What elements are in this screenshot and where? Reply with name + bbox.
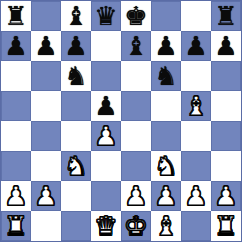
white-bishop-piece: ♝ (154, 213, 177, 240)
square-h5[interactable] (211, 91, 241, 121)
square-a8[interactable]: ♜ (1, 1, 31, 31)
square-d2[interactable] (91, 181, 121, 211)
square-f6[interactable]: ♞ (151, 61, 181, 91)
square-g1[interactable] (181, 211, 211, 241)
square-d4[interactable]: ♟ (91, 121, 121, 151)
square-b7[interactable]: ♟ (31, 31, 61, 61)
white-pawn-piece: ♟ (34, 183, 57, 210)
square-f1[interactable]: ♝ (151, 211, 181, 241)
square-h7[interactable]: ♟ (211, 31, 241, 61)
square-b5[interactable] (31, 91, 61, 121)
white-rook-piece: ♜ (4, 213, 27, 240)
square-b4[interactable] (31, 121, 61, 151)
square-g7[interactable]: ♟ (181, 31, 211, 61)
square-b3[interactable] (31, 151, 61, 181)
black-pawn-piece: ♟ (34, 33, 57, 60)
square-c5[interactable] (61, 91, 91, 121)
square-d8[interactable]: ♛ (91, 1, 121, 31)
square-f5[interactable] (151, 91, 181, 121)
square-g6[interactable] (181, 61, 211, 91)
square-a1[interactable]: ♜ (1, 211, 31, 241)
white-pawn-piece: ♟ (214, 183, 237, 210)
square-d7[interactable] (91, 31, 121, 61)
black-pawn-piece: ♟ (94, 93, 117, 120)
square-g4[interactable] (181, 121, 211, 151)
white-pawn-piece: ♟ (184, 183, 207, 210)
square-f4[interactable] (151, 121, 181, 151)
square-g2[interactable]: ♟ (181, 181, 211, 211)
black-queen-piece: ♛ (94, 3, 117, 30)
square-d6[interactable] (91, 61, 121, 91)
black-rook-piece: ♜ (214, 3, 237, 30)
black-pawn-piece: ♟ (4, 33, 27, 60)
chess-board: ♜♝♛♚♜♟♟♟♝♟♟♟♞♞♟♝♟♞♞♟♟♟♟♟♟♜♛♚♝♜ (0, 0, 242, 242)
square-b8[interactable] (31, 1, 61, 31)
square-g3[interactable] (181, 151, 211, 181)
square-d1[interactable]: ♛ (91, 211, 121, 241)
square-e4[interactable] (121, 121, 151, 151)
black-rook-piece: ♜ (4, 3, 27, 30)
square-g5[interactable]: ♝ (181, 91, 211, 121)
square-d3[interactable] (91, 151, 121, 181)
square-b6[interactable] (31, 61, 61, 91)
square-h1[interactable]: ♜ (211, 211, 241, 241)
black-pawn-piece: ♟ (154, 33, 177, 60)
square-c2[interactable] (61, 181, 91, 211)
white-king-piece: ♚ (124, 213, 147, 240)
square-a6[interactable] (1, 61, 31, 91)
square-h3[interactable] (211, 151, 241, 181)
square-c1[interactable] (61, 211, 91, 241)
square-c7[interactable]: ♟ (61, 31, 91, 61)
square-c4[interactable] (61, 121, 91, 151)
white-knight-piece: ♞ (64, 153, 87, 180)
black-knight-piece: ♞ (154, 63, 177, 90)
white-queen-piece: ♛ (94, 213, 117, 240)
square-a2[interactable]: ♟ (1, 181, 31, 211)
white-bishop-piece: ♝ (184, 93, 207, 120)
square-f2[interactable]: ♟ (151, 181, 181, 211)
square-f3[interactable]: ♞ (151, 151, 181, 181)
black-pawn-piece: ♟ (64, 33, 87, 60)
white-pawn-piece: ♟ (4, 183, 27, 210)
black-bishop-piece: ♝ (64, 3, 87, 30)
square-c8[interactable]: ♝ (61, 1, 91, 31)
square-g8[interactable] (181, 1, 211, 31)
black-bishop-piece: ♝ (124, 33, 147, 60)
square-a5[interactable] (1, 91, 31, 121)
white-rook-piece: ♜ (214, 213, 237, 240)
square-b1[interactable] (31, 211, 61, 241)
black-pawn-piece: ♟ (214, 33, 237, 60)
black-king-piece: ♚ (124, 3, 147, 30)
white-pawn-piece: ♟ (154, 183, 177, 210)
square-a4[interactable] (1, 121, 31, 151)
square-c6[interactable]: ♞ (61, 61, 91, 91)
square-e8[interactable]: ♚ (121, 1, 151, 31)
square-h8[interactable]: ♜ (211, 1, 241, 31)
square-e6[interactable] (121, 61, 151, 91)
square-e7[interactable]: ♝ (121, 31, 151, 61)
square-e3[interactable] (121, 151, 151, 181)
square-f8[interactable] (151, 1, 181, 31)
square-b2[interactable]: ♟ (31, 181, 61, 211)
square-f7[interactable]: ♟ (151, 31, 181, 61)
square-h4[interactable] (211, 121, 241, 151)
square-a3[interactable] (1, 151, 31, 181)
white-pawn-piece: ♟ (94, 123, 117, 150)
square-d5[interactable]: ♟ (91, 91, 121, 121)
square-a7[interactable]: ♟ (1, 31, 31, 61)
square-c3[interactable]: ♞ (61, 151, 91, 181)
square-e2[interactable]: ♟ (121, 181, 151, 211)
square-h2[interactable]: ♟ (211, 181, 241, 211)
square-e5[interactable] (121, 91, 151, 121)
square-h6[interactable] (211, 61, 241, 91)
white-pawn-piece: ♟ (124, 183, 147, 210)
square-e1[interactable]: ♚ (121, 211, 151, 241)
black-pawn-piece: ♟ (184, 33, 207, 60)
black-knight-piece: ♞ (64, 63, 87, 90)
white-knight-piece: ♞ (154, 153, 177, 180)
